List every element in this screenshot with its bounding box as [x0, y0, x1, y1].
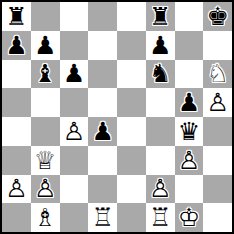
square-e1[interactable]: [117, 203, 146, 232]
square-d2[interactable]: [88, 175, 117, 204]
square-b3[interactable]: ♛♕: [31, 146, 60, 175]
square-d3[interactable]: [88, 146, 117, 175]
piece-black-pawn[interactable]: ♟: [2, 31, 31, 60]
square-e8[interactable]: [117, 2, 146, 31]
piece-black-queen[interactable]: ♛: [175, 117, 204, 146]
piece-black-pawn[interactable]: ♟: [88, 117, 117, 146]
piece-white-king[interactable]: ♚♔: [175, 203, 204, 232]
square-c8[interactable]: [60, 2, 89, 31]
piece-black-pawn[interactable]: ♟: [175, 88, 204, 117]
piece-white-rook[interactable]: ♜♖: [88, 203, 117, 232]
square-e2[interactable]: [117, 175, 146, 204]
square-a7[interactable]: ♟: [2, 31, 31, 60]
piece-white-rook[interactable]: ♜♖: [146, 203, 175, 232]
square-a6[interactable]: [2, 60, 31, 89]
square-e5[interactable]: [117, 88, 146, 117]
square-g4[interactable]: ♛: [175, 117, 204, 146]
square-d5[interactable]: [88, 88, 117, 117]
square-f4[interactable]: [146, 117, 175, 146]
square-f2[interactable]: ♟♙: [146, 175, 175, 204]
square-h2[interactable]: [203, 175, 232, 204]
square-a4[interactable]: [2, 117, 31, 146]
piece-black-rook[interactable]: ♜: [146, 2, 175, 31]
square-b8[interactable]: [31, 2, 60, 31]
square-f1[interactable]: ♜♖: [146, 203, 175, 232]
square-b5[interactable]: [31, 88, 60, 117]
square-f7[interactable]: ♟: [146, 31, 175, 60]
square-b2[interactable]: ♟♙: [31, 175, 60, 204]
square-f3[interactable]: [146, 146, 175, 175]
square-f5[interactable]: [146, 88, 175, 117]
square-e3[interactable]: [117, 146, 146, 175]
piece-white-queen[interactable]: ♛♕: [31, 146, 60, 175]
square-g3[interactable]: ♟♙: [175, 146, 204, 175]
square-b1[interactable]: ♝♗: [31, 203, 60, 232]
square-g8[interactable]: [175, 2, 204, 31]
square-h1[interactable]: [203, 203, 232, 232]
square-h7[interactable]: [203, 31, 232, 60]
square-f6[interactable]: ♞: [146, 60, 175, 89]
square-d1[interactable]: ♜♖: [88, 203, 117, 232]
piece-white-pawn[interactable]: ♟♙: [2, 175, 31, 204]
square-b4[interactable]: [31, 117, 60, 146]
square-h6[interactable]: ♞♘: [203, 60, 232, 89]
square-g2[interactable]: [175, 175, 204, 204]
square-a1[interactable]: [2, 203, 31, 232]
square-c2[interactable]: [60, 175, 89, 204]
piece-white-pawn[interactable]: ♟♙: [60, 117, 89, 146]
piece-black-rook[interactable]: ♜: [2, 2, 31, 31]
square-a2[interactable]: ♟♙: [2, 175, 31, 204]
square-g7[interactable]: [175, 31, 204, 60]
square-c5[interactable]: [60, 88, 89, 117]
square-a8[interactable]: ♜: [2, 2, 31, 31]
piece-black-king[interactable]: ♚: [203, 2, 232, 31]
white-pawn-outline: ♙: [146, 175, 175, 204]
white-pawn-outline: ♙: [60, 117, 89, 146]
square-d6[interactable]: [88, 60, 117, 89]
piece-black-pawn[interactable]: ♟: [31, 31, 60, 60]
square-g5[interactable]: ♟: [175, 88, 204, 117]
square-g6[interactable]: [175, 60, 204, 89]
white-knight-outline: ♘: [203, 60, 232, 89]
square-c4[interactable]: ♟♙: [60, 117, 89, 146]
piece-white-bishop[interactable]: ♝♗: [31, 203, 60, 232]
white-pawn-outline: ♙: [31, 175, 60, 204]
piece-white-pawn[interactable]: ♟♙: [175, 146, 204, 175]
square-h4[interactable]: [203, 117, 232, 146]
square-h5[interactable]: ♟♙: [203, 88, 232, 117]
square-d8[interactable]: [88, 2, 117, 31]
piece-white-pawn[interactable]: ♟♙: [203, 88, 232, 117]
white-bishop-outline: ♗: [31, 203, 60, 232]
square-h8[interactable]: ♚: [203, 2, 232, 31]
square-b7[interactable]: ♟: [31, 31, 60, 60]
piece-black-pawn[interactable]: ♟: [146, 31, 175, 60]
white-pawn-outline: ♙: [203, 88, 232, 117]
square-f8[interactable]: ♜: [146, 2, 175, 31]
piece-black-pawn[interactable]: ♟: [60, 60, 89, 89]
square-c7[interactable]: [60, 31, 89, 60]
square-h3[interactable]: [203, 146, 232, 175]
square-e6[interactable]: [117, 60, 146, 89]
chess-board: ♜♜♚♟♟♟♝♟♞♞♘♟♟♙♟♙♟♛♛♕♟♙♟♙♟♙♟♙♝♗♜♖♜♖♚♔: [0, 0, 234, 234]
square-e7[interactable]: [117, 31, 146, 60]
square-d7[interactable]: [88, 31, 117, 60]
white-rook-outline: ♖: [88, 203, 117, 232]
white-queen-outline: ♕: [31, 146, 60, 175]
piece-black-bishop[interactable]: ♝: [31, 60, 60, 89]
square-b6[interactable]: ♝: [31, 60, 60, 89]
square-c3[interactable]: [60, 146, 89, 175]
square-d4[interactable]: ♟: [88, 117, 117, 146]
white-king-outline: ♔: [175, 203, 204, 232]
square-c6[interactable]: ♟: [60, 60, 89, 89]
piece-white-knight[interactable]: ♞♘: [203, 60, 232, 89]
square-a5[interactable]: [2, 88, 31, 117]
square-g1[interactable]: ♚♔: [175, 203, 204, 232]
piece-white-pawn[interactable]: ♟♙: [31, 175, 60, 204]
white-pawn-outline: ♙: [2, 175, 31, 204]
piece-black-knight[interactable]: ♞: [146, 60, 175, 89]
white-rook-outline: ♖: [146, 203, 175, 232]
square-c1[interactable]: [60, 203, 89, 232]
piece-white-pawn[interactable]: ♟♙: [146, 175, 175, 204]
white-pawn-outline: ♙: [175, 146, 204, 175]
square-a3[interactable]: [2, 146, 31, 175]
square-e4[interactable]: [117, 117, 146, 146]
